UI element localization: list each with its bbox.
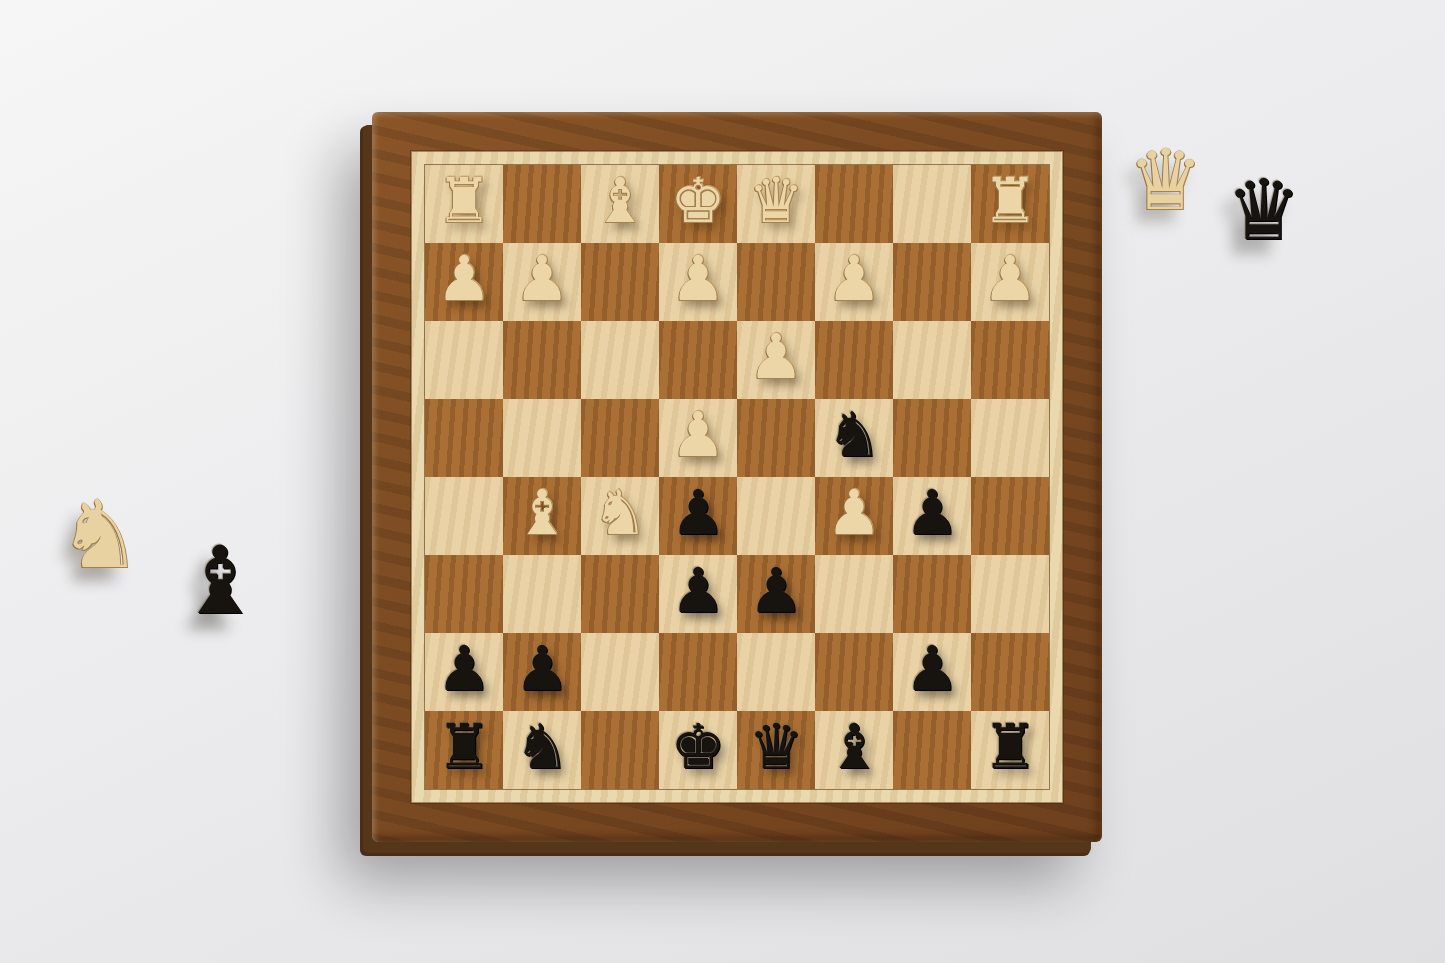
square-e4[interactable]: ♟ xyxy=(659,399,737,477)
square-f8[interactable] xyxy=(581,711,659,789)
square-f7[interactable] xyxy=(581,633,659,711)
square-h6[interactable] xyxy=(425,555,503,633)
offboard-piece-black-queen[interactable]: ♛ xyxy=(1226,168,1301,252)
square-c2[interactable]: ♟ xyxy=(815,243,893,321)
square-c7[interactable] xyxy=(815,633,893,711)
piece-white-pawn[interactable]: ♟ xyxy=(826,482,882,544)
square-e5[interactable]: ♟ xyxy=(659,477,737,555)
square-c1[interactable] xyxy=(815,165,893,243)
square-f3[interactable] xyxy=(581,321,659,399)
square-g7[interactable]: ♟ xyxy=(503,633,581,711)
piece-white-pawn[interactable]: ♟ xyxy=(670,404,726,466)
square-e6[interactable]: ♟ xyxy=(659,555,737,633)
piece-black-pawn[interactable]: ♟ xyxy=(748,560,804,622)
piece-black-pawn[interactable]: ♟ xyxy=(670,482,726,544)
piece-black-knight[interactable]: ♞ xyxy=(514,716,570,778)
square-g4[interactable] xyxy=(503,399,581,477)
square-b8[interactable] xyxy=(893,711,971,789)
piece-black-pawn[interactable]: ♟ xyxy=(514,638,570,700)
square-h1[interactable]: ♜ xyxy=(425,165,503,243)
board-grid: ♜♝♚♛♜♟♟♟♟♟♟♟♞♝♞♟♟♟♟♟♟♟♟♜♞♚♛♝♜ xyxy=(425,165,1049,789)
square-c6[interactable] xyxy=(815,555,893,633)
square-d3[interactable]: ♟ xyxy=(737,321,815,399)
piece-black-pawn[interactable]: ♟ xyxy=(904,638,960,700)
piece-black-bishop[interactable]: ♝ xyxy=(826,716,882,778)
square-f1[interactable]: ♝ xyxy=(581,165,659,243)
square-h3[interactable] xyxy=(425,321,503,399)
square-b5[interactable]: ♟ xyxy=(893,477,971,555)
square-d6[interactable]: ♟ xyxy=(737,555,815,633)
square-g8[interactable]: ♞ xyxy=(503,711,581,789)
piece-black-queen[interactable]: ♛ xyxy=(748,716,804,778)
square-g5[interactable]: ♝ xyxy=(503,477,581,555)
square-g2[interactable]: ♟ xyxy=(503,243,581,321)
piece-white-pawn[interactable]: ♟ xyxy=(436,248,492,310)
square-e7[interactable] xyxy=(659,633,737,711)
piece-white-queen[interactable]: ♛ xyxy=(748,170,804,232)
square-b3[interactable] xyxy=(893,321,971,399)
piece-white-rook[interactable]: ♜ xyxy=(436,170,492,232)
square-h5[interactable] xyxy=(425,477,503,555)
piece-white-pawn[interactable]: ♟ xyxy=(826,248,882,310)
piece-black-pawn[interactable]: ♟ xyxy=(436,638,492,700)
square-d4[interactable] xyxy=(737,399,815,477)
piece-black-rook[interactable]: ♜ xyxy=(436,716,492,778)
piece-white-rook[interactable]: ♜ xyxy=(982,170,1038,232)
square-a2[interactable]: ♟ xyxy=(971,243,1049,321)
square-d1[interactable]: ♛ xyxy=(737,165,815,243)
square-b4[interactable] xyxy=(893,399,971,477)
square-b1[interactable] xyxy=(893,165,971,243)
square-h7[interactable]: ♟ xyxy=(425,633,503,711)
offboard-piece-black-bishop[interactable]: ♝ xyxy=(178,534,262,628)
square-d2[interactable] xyxy=(737,243,815,321)
square-e8[interactable]: ♚ xyxy=(659,711,737,789)
square-f6[interactable] xyxy=(581,555,659,633)
square-f5[interactable]: ♞ xyxy=(581,477,659,555)
square-g3[interactable] xyxy=(503,321,581,399)
piece-white-pawn[interactable]: ♟ xyxy=(748,326,804,388)
square-b7[interactable]: ♟ xyxy=(893,633,971,711)
offboard-piece-white-queen[interactable]: ♛ xyxy=(1128,138,1203,222)
piece-white-pawn[interactable]: ♟ xyxy=(982,248,1038,310)
square-h8[interactable]: ♜ xyxy=(425,711,503,789)
square-f4[interactable] xyxy=(581,399,659,477)
chess-board: ♜♝♚♛♜♟♟♟♟♟♟♟♞♝♞♟♟♟♟♟♟♟♟♜♞♚♛♝♜ xyxy=(372,112,1102,842)
piece-black-rook[interactable]: ♜ xyxy=(982,716,1038,778)
square-a3[interactable] xyxy=(971,321,1049,399)
square-h2[interactable]: ♟ xyxy=(425,243,503,321)
square-a7[interactable] xyxy=(971,633,1049,711)
square-e2[interactable]: ♟ xyxy=(659,243,737,321)
piece-black-knight[interactable]: ♞ xyxy=(826,404,882,466)
square-d7[interactable] xyxy=(737,633,815,711)
square-c3[interactable] xyxy=(815,321,893,399)
studio-scene: ♜♝♚♛♜♟♟♟♟♟♟♟♞♝♞♟♟♟♟♟♟♟♟♜♞♚♛♝♜ ♛♛♞♝ xyxy=(0,0,1445,963)
piece-white-bishop[interactable]: ♝ xyxy=(592,170,648,232)
piece-black-pawn[interactable]: ♟ xyxy=(670,560,726,622)
square-a8[interactable]: ♜ xyxy=(971,711,1049,789)
square-h4[interactable] xyxy=(425,399,503,477)
square-e1[interactable]: ♚ xyxy=(659,165,737,243)
square-d8[interactable]: ♛ xyxy=(737,711,815,789)
square-b6[interactable] xyxy=(893,555,971,633)
square-a6[interactable] xyxy=(971,555,1049,633)
square-g1[interactable] xyxy=(503,165,581,243)
offboard-piece-white-knight[interactable]: ♞ xyxy=(58,488,142,582)
square-c5[interactable]: ♟ xyxy=(815,477,893,555)
square-c4[interactable]: ♞ xyxy=(815,399,893,477)
square-e3[interactable] xyxy=(659,321,737,399)
piece-white-bishop[interactable]: ♝ xyxy=(514,482,570,544)
piece-white-pawn[interactable]: ♟ xyxy=(670,248,726,310)
square-d5[interactable] xyxy=(737,477,815,555)
square-f2[interactable] xyxy=(581,243,659,321)
piece-black-king[interactable]: ♚ xyxy=(670,716,726,778)
square-a1[interactable]: ♜ xyxy=(971,165,1049,243)
piece-white-king[interactable]: ♚ xyxy=(670,170,726,232)
square-a5[interactable] xyxy=(971,477,1049,555)
piece-white-pawn[interactable]: ♟ xyxy=(514,248,570,310)
square-c8[interactable]: ♝ xyxy=(815,711,893,789)
piece-white-knight[interactable]: ♞ xyxy=(592,482,648,544)
square-b2[interactable] xyxy=(893,243,971,321)
square-g6[interactable] xyxy=(503,555,581,633)
piece-black-pawn[interactable]: ♟ xyxy=(904,482,960,544)
square-a4[interactable] xyxy=(971,399,1049,477)
